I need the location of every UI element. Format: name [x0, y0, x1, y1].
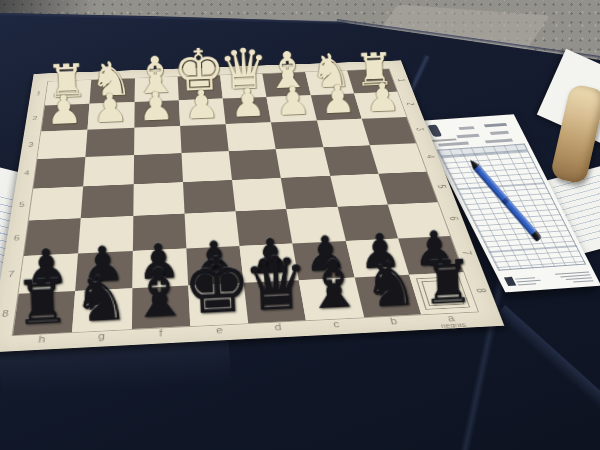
- square-b2[interactable]: ♟: [310, 94, 361, 121]
- square-a3[interactable]: [361, 117, 416, 145]
- square-d8[interactable]: ♛: [244, 280, 306, 323]
- square-d5[interactable]: [232, 178, 287, 212]
- square-e8[interactable]: ♚: [188, 283, 248, 326]
- scoresheet-field: [438, 142, 469, 147]
- square-a4[interactable]: [370, 143, 427, 174]
- square-b4[interactable]: [323, 145, 378, 176]
- piece-white-pawn[interactable]: ♟: [275, 81, 311, 121]
- square-d3[interactable]: [226, 122, 276, 151]
- piece-black-bishop[interactable]: ♝: [303, 251, 364, 320]
- rank-label-right-3: 3: [414, 128, 424, 131]
- piece-white-pawn[interactable]: ♟: [184, 85, 221, 125]
- piece-white-pawn[interactable]: ♟: [45, 90, 82, 131]
- square-d2[interactable]: ♟: [223, 97, 271, 124]
- scoresheet-footer-text: [573, 280, 594, 283]
- piece-black-knight[interactable]: ♞: [362, 253, 419, 317]
- square-c5[interactable]: [281, 176, 337, 209]
- piece-white-pawn[interactable]: ♟: [320, 79, 356, 119]
- rank-label-right-4: 4: [424, 155, 435, 159]
- rank-label-left-3: 3: [28, 142, 34, 148]
- square-g8[interactable]: ♞: [72, 288, 132, 332]
- scoresheet-field: [458, 126, 474, 129]
- square-g2[interactable]: ♟: [88, 102, 135, 129]
- scoresheet-field: [456, 134, 479, 138]
- square-g4[interactable]: [83, 155, 133, 187]
- scoresheet-footer-text: [516, 279, 541, 282]
- square-e3[interactable]: [180, 124, 229, 153]
- square-c3[interactable]: [271, 120, 323, 149]
- rank-label-left-1: 1: [36, 91, 42, 96]
- square-c4[interactable]: [276, 147, 330, 178]
- piece-black-rook[interactable]: ♜: [13, 272, 70, 334]
- square-a8[interactable]: ♜: [409, 272, 478, 314]
- piece-white-pawn[interactable]: ♟: [92, 88, 129, 129]
- scoresheet-footer-text: [518, 283, 537, 286]
- piece-white-pawn[interactable]: ♟: [229, 83, 265, 123]
- scoresheet-field: [490, 131, 509, 135]
- square-h2[interactable]: ♟: [41, 104, 89, 131]
- piece-black-queen[interactable]: ♛: [241, 246, 309, 322]
- square-c8[interactable]: ♝: [299, 277, 364, 320]
- square-f8[interactable]: ♝: [131, 285, 190, 329]
- square-b8[interactable]: ♞: [354, 275, 421, 318]
- square-a2[interactable]: ♟: [354, 92, 406, 118]
- scoresheet-logo-text: [432, 138, 457, 142]
- rank-label-left-2: 2: [32, 116, 38, 121]
- scoresheet-field: [484, 123, 507, 127]
- piece-black-bishop[interactable]: ♝: [128, 259, 191, 328]
- piece-black-rook[interactable]: ♜: [421, 252, 475, 313]
- square-h4[interactable]: [33, 157, 85, 189]
- square-h8[interactable]: ♜: [13, 291, 76, 335]
- square-f4[interactable]: [133, 153, 183, 184]
- piece-white-pawn[interactable]: ♟: [365, 78, 401, 118]
- square-h5[interactable]: [29, 186, 84, 220]
- piece-white-pawn[interactable]: ♟: [138, 86, 175, 126]
- scoresheet-field: [485, 139, 513, 143]
- square-g5[interactable]: [81, 184, 133, 218]
- rank-label-left-4: 4: [23, 171, 29, 177]
- square-d4[interactable]: [229, 149, 281, 180]
- square-e4[interactable]: [181, 151, 232, 182]
- square-e2[interactable]: ♟: [179, 99, 226, 126]
- rank-label-right-2: 2: [405, 102, 415, 105]
- photo-scene: ♜♞♝♚♛♝♞♜♟♟♟♟♟♟♟♟♟♟♟♟♟♟♟♟♜♞♝♚♛♝♞♜ 1122334…: [0, 0, 600, 450]
- square-c2[interactable]: ♟: [267, 95, 317, 122]
- piece-black-knight[interactable]: ♞: [71, 267, 130, 332]
- rank-label-right-1: 1: [396, 79, 406, 82]
- square-f2[interactable]: ♟: [134, 100, 180, 127]
